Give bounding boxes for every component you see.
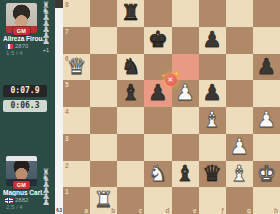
square-g7[interactable] bbox=[226, 27, 253, 54]
file-label-d: d bbox=[166, 207, 170, 214]
piece-black-bishop-c5[interactable]: ♝ bbox=[117, 80, 144, 107]
piece-black-pawn-f7[interactable]: ♟ bbox=[199, 27, 226, 54]
square-c7[interactable] bbox=[117, 27, 144, 54]
piece-black-king-d7[interactable]: ♚ bbox=[144, 27, 171, 54]
france-flag-icon bbox=[5, 44, 13, 49]
square-h6[interactable]: ♟ bbox=[253, 54, 280, 81]
norway-flag-icon bbox=[5, 198, 13, 203]
square-b3[interactable] bbox=[90, 134, 117, 161]
square-b4[interactable] bbox=[90, 107, 117, 134]
bottom-player-rating: 2882 bbox=[15, 197, 28, 203]
file-label-b: b bbox=[111, 207, 115, 214]
square-e7[interactable] bbox=[172, 27, 199, 54]
bottom-player-rating-row: 2882 bbox=[5, 197, 28, 203]
square-b1[interactable]: b♜ bbox=[90, 187, 117, 214]
square-f4[interactable]: ♝ bbox=[199, 107, 226, 134]
rank-label-6: 6 bbox=[65, 55, 69, 62]
square-e3[interactable] bbox=[172, 134, 199, 161]
square-d3[interactable] bbox=[144, 134, 171, 161]
bottom-player-captured-tray: ♜♞♟♟♟♟ bbox=[40, 168, 52, 207]
square-a1[interactable]: 1a bbox=[63, 187, 90, 214]
square-d1[interactable]: d bbox=[144, 187, 171, 214]
file-label-h: h bbox=[274, 207, 278, 214]
square-a3[interactable]: 3 bbox=[63, 134, 90, 161]
bottom-player-match-score: 2.5 / 4 bbox=[6, 204, 23, 210]
square-f3[interactable] bbox=[199, 134, 226, 161]
piece-white-bishop-f4[interactable]: ♝ bbox=[199, 107, 226, 134]
square-e8[interactable] bbox=[172, 0, 199, 27]
square-f8[interactable] bbox=[199, 0, 226, 27]
sparkle-icon: ✦ bbox=[162, 70, 165, 82]
piece-black-queen-f2[interactable]: ♛ bbox=[199, 161, 226, 188]
square-f5[interactable]: ♟ bbox=[199, 80, 226, 107]
rank-label-4: 4 bbox=[65, 108, 69, 115]
square-e5[interactable]: ♟ bbox=[172, 80, 199, 107]
square-g2[interactable]: ♝ bbox=[226, 161, 253, 188]
square-h2[interactable]: ♚ bbox=[253, 161, 280, 188]
chess-board[interactable]: 8♜7♚♟6♛♞♟5♝♟♟♟4♝♟3♟2♞♝♛♝♚1ab♜cdefgh✕✦✦ bbox=[63, 0, 280, 214]
material-advantage: +1 bbox=[43, 47, 49, 53]
square-c8[interactable]: ♜ bbox=[117, 0, 144, 27]
bottom-player-title-badge: GM bbox=[13, 181, 30, 189]
square-b7[interactable] bbox=[90, 27, 117, 54]
piece-black-pawn-h6[interactable]: ♟ bbox=[253, 54, 280, 81]
square-a4[interactable]: 4 bbox=[63, 107, 90, 134]
square-f6[interactable] bbox=[199, 54, 226, 81]
rank-label-7: 7 bbox=[65, 28, 69, 35]
file-label-g: g bbox=[247, 207, 251, 214]
square-e2[interactable]: ♝ bbox=[172, 161, 199, 188]
square-d2[interactable]: ♞ bbox=[144, 161, 171, 188]
piece-black-pawn-f5[interactable]: ♟ bbox=[199, 80, 226, 107]
square-g6[interactable] bbox=[226, 54, 253, 81]
file-label-f: f bbox=[222, 207, 224, 214]
square-b2[interactable] bbox=[90, 161, 117, 188]
rank-label-2: 2 bbox=[65, 162, 69, 169]
rank-label-8: 8 bbox=[65, 1, 69, 8]
square-b6[interactable] bbox=[90, 54, 117, 81]
square-f7[interactable]: ♟ bbox=[199, 27, 226, 54]
bottom-player-clock: 0:06.3 bbox=[3, 100, 47, 112]
top-player-clock: 0:07.9 bbox=[3, 85, 47, 97]
top-player-captured-tray: ♜♞♟♟♟♟♟+1 bbox=[40, 1, 52, 53]
captured-pawn-icon: ♟ bbox=[42, 37, 50, 46]
square-h4[interactable]: ♟ bbox=[253, 107, 280, 134]
square-a7[interactable]: 7 bbox=[63, 27, 90, 54]
evaluation-bar: 6.3 bbox=[55, 0, 63, 214]
square-c1[interactable]: c bbox=[117, 187, 144, 214]
square-a5[interactable]: 5 bbox=[63, 80, 90, 107]
square-e4[interactable] bbox=[172, 107, 199, 134]
square-c4[interactable] bbox=[117, 107, 144, 134]
file-label-a: a bbox=[85, 207, 89, 214]
piece-black-bishop-e2[interactable]: ♝ bbox=[172, 161, 199, 188]
square-g5[interactable] bbox=[226, 80, 253, 107]
top-player-rating-row: 2870 bbox=[5, 43, 28, 49]
square-d7[interactable]: ♚ bbox=[144, 27, 171, 54]
move-miss-badge-icon: ✕✦✦ bbox=[165, 74, 177, 86]
square-d4[interactable] bbox=[144, 107, 171, 134]
square-c6[interactable]: ♞ bbox=[117, 54, 144, 81]
file-label-c: c bbox=[139, 207, 143, 214]
piece-white-king-h2[interactable]: ♚ bbox=[253, 161, 280, 188]
square-g3[interactable]: ♟ bbox=[226, 134, 253, 161]
piece-white-knight-d2[interactable]: ♞ bbox=[144, 161, 171, 188]
square-f1[interactable]: f bbox=[199, 187, 226, 214]
square-g1[interactable]: g bbox=[226, 187, 253, 214]
square-b8[interactable] bbox=[90, 0, 117, 27]
square-g4[interactable] bbox=[226, 107, 253, 134]
square-c5[interactable]: ♝ bbox=[117, 80, 144, 107]
evaluation-score: 6.3 bbox=[55, 208, 63, 213]
piece-white-bishop-g2[interactable]: ♝ bbox=[226, 161, 253, 188]
top-player-title-badge: GM bbox=[13, 27, 30, 35]
square-h3[interactable] bbox=[253, 134, 280, 161]
square-h8[interactable] bbox=[253, 0, 280, 27]
square-c2[interactable] bbox=[117, 161, 144, 188]
square-a6[interactable]: 6♛ bbox=[63, 54, 90, 81]
square-h1[interactable]: h bbox=[253, 187, 280, 214]
piece-white-pawn-g3[interactable]: ♟ bbox=[226, 134, 253, 161]
square-h7[interactable] bbox=[253, 27, 280, 54]
evaluation-bar-black-portion bbox=[55, 0, 63, 8]
captured-pawn-icon: ♟ bbox=[42, 198, 50, 207]
rank-label-3: 3 bbox=[65, 135, 69, 142]
square-h5[interactable] bbox=[253, 80, 280, 107]
rank-label-5: 5 bbox=[65, 81, 69, 88]
file-label-e: e bbox=[193, 207, 197, 214]
players-sidebar: GM Alireza Firou... 2870 1.5 / 4 ♜♞♟♟♟♟♟… bbox=[0, 0, 55, 214]
piece-white-pawn-h4[interactable]: ♟ bbox=[253, 107, 280, 134]
piece-black-knight-c6[interactable]: ♞ bbox=[117, 54, 144, 81]
square-c3[interactable] bbox=[117, 134, 144, 161]
piece-black-rook-c8[interactable]: ♜ bbox=[117, 0, 144, 27]
chess-broadcast-app: GM Alireza Firou... 2870 1.5 / 4 ♜♞♟♟♟♟♟… bbox=[0, 0, 280, 214]
square-a2[interactable]: 2 bbox=[63, 161, 90, 188]
square-a8[interactable]: 8 bbox=[63, 0, 90, 27]
piece-white-pawn-e5[interactable]: ♟ bbox=[172, 80, 199, 107]
square-f2[interactable]: ♛ bbox=[199, 161, 226, 188]
top-player-match-score: 1.5 / 4 bbox=[6, 50, 23, 56]
square-g8[interactable] bbox=[226, 0, 253, 27]
top-player-rating: 2870 bbox=[15, 43, 28, 49]
rank-label-1: 1 bbox=[65, 188, 69, 195]
square-d8[interactable] bbox=[144, 0, 171, 27]
square-b5[interactable] bbox=[90, 80, 117, 107]
sparkle-icon: ✦ bbox=[174, 68, 180, 80]
square-e1[interactable]: e bbox=[172, 187, 199, 214]
top-player-name[interactable]: Alireza Firou... bbox=[3, 35, 45, 42]
bottom-player-name[interactable]: Magnus Carl... bbox=[3, 189, 45, 196]
